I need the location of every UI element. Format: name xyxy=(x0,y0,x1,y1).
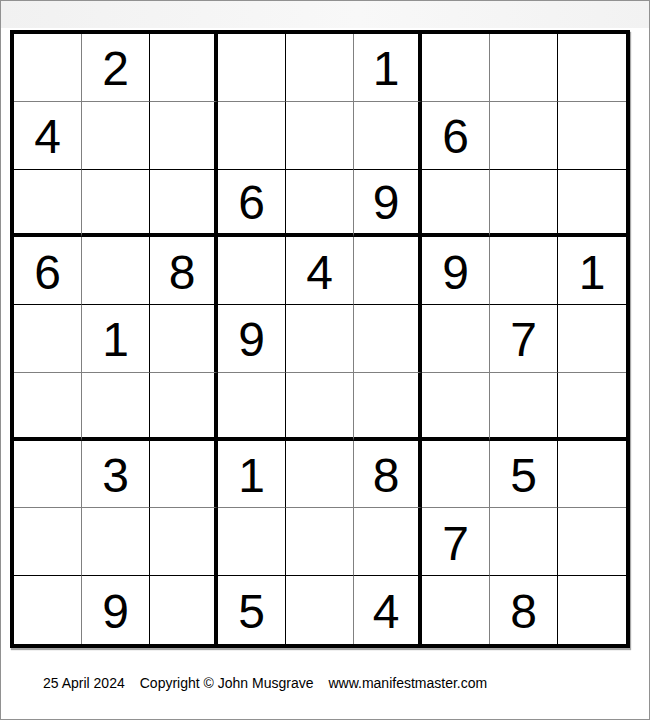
cell-r4c1: 6 xyxy=(14,237,82,305)
cell-r7c6: 8 xyxy=(354,441,422,509)
cell-r3c5 xyxy=(286,170,354,238)
cell-r7c3 xyxy=(150,441,218,509)
cell-r4c7: 9 xyxy=(422,237,490,305)
cell-r9c6: 4 xyxy=(354,576,422,644)
cell-r7c4: 1 xyxy=(218,441,286,509)
cell-r8c5 xyxy=(286,508,354,576)
cell-r5c2: 1 xyxy=(82,305,150,373)
cell-r8c6 xyxy=(354,508,422,576)
cell-r8c4 xyxy=(218,508,286,576)
cell-r2c7: 6 xyxy=(422,102,490,170)
cell-r2c1: 4 xyxy=(14,102,82,170)
footer-copyright: Copyright © John Musgrave xyxy=(140,673,314,693)
cell-r3c6: 9 xyxy=(354,170,422,238)
cell-r6c6 xyxy=(354,373,422,441)
cell-r1c1 xyxy=(14,34,82,102)
cell-r5c1 xyxy=(14,305,82,373)
cell-r9c1 xyxy=(14,576,82,644)
cell-r7c2: 3 xyxy=(82,441,150,509)
cell-r1c4 xyxy=(218,34,286,102)
cell-r8c8 xyxy=(490,508,558,576)
cell-r6c5 xyxy=(286,373,354,441)
cell-r2c3 xyxy=(150,102,218,170)
cell-r2c9 xyxy=(558,102,626,170)
cell-r5c7 xyxy=(422,305,490,373)
cell-r3c4: 6 xyxy=(218,170,286,238)
cell-r7c9 xyxy=(558,441,626,509)
cell-r7c8: 5 xyxy=(490,441,558,509)
cell-r7c7 xyxy=(422,441,490,509)
cell-r4c4 xyxy=(218,237,286,305)
cell-r8c7: 7 xyxy=(422,508,490,576)
cell-r4c8 xyxy=(490,237,558,305)
cell-r4c2 xyxy=(82,237,150,305)
footer-date: 25 April 2024 xyxy=(43,673,125,693)
footer: 25 April 2024 Copyright © John Musgrave … xyxy=(43,673,487,693)
cell-r3c9 xyxy=(558,170,626,238)
cell-r5c6 xyxy=(354,305,422,373)
cell-r6c1 xyxy=(14,373,82,441)
cell-r7c5 xyxy=(286,441,354,509)
cell-r4c3: 8 xyxy=(150,237,218,305)
cell-r6c9 xyxy=(558,373,626,441)
sudoku-board: 21466968491197318579548 xyxy=(10,30,630,648)
cell-r1c3 xyxy=(150,34,218,102)
cell-r9c2: 9 xyxy=(82,576,150,644)
cell-r7c1 xyxy=(14,441,82,509)
page: 21466968491197318579548 25 April 2024 Co… xyxy=(0,0,650,720)
cell-r9c5 xyxy=(286,576,354,644)
cell-r6c3 xyxy=(150,373,218,441)
cell-r6c2 xyxy=(82,373,150,441)
cell-r2c8 xyxy=(490,102,558,170)
cell-r5c5 xyxy=(286,305,354,373)
cell-r6c7 xyxy=(422,373,490,441)
cell-r1c8 xyxy=(490,34,558,102)
cell-r2c2 xyxy=(82,102,150,170)
cell-r2c4 xyxy=(218,102,286,170)
cell-r8c9 xyxy=(558,508,626,576)
cell-r4c6 xyxy=(354,237,422,305)
cell-r3c2 xyxy=(82,170,150,238)
cell-r3c3 xyxy=(150,170,218,238)
cell-r5c4: 9 xyxy=(218,305,286,373)
cell-r9c9 xyxy=(558,576,626,644)
cell-r8c3 xyxy=(150,508,218,576)
cell-r3c1 xyxy=(14,170,82,238)
cell-r5c8: 7 xyxy=(490,305,558,373)
cell-r9c7 xyxy=(422,576,490,644)
footer-url: www.manifestmaster.com xyxy=(328,673,487,693)
cell-r8c2 xyxy=(82,508,150,576)
cell-r2c5 xyxy=(286,102,354,170)
header-strip xyxy=(1,1,649,28)
cell-r9c4: 5 xyxy=(218,576,286,644)
cell-r6c8 xyxy=(490,373,558,441)
cell-r2c6 xyxy=(354,102,422,170)
cell-r4c9: 1 xyxy=(558,237,626,305)
cell-r3c8 xyxy=(490,170,558,238)
cell-r6c4 xyxy=(218,373,286,441)
cell-r5c9 xyxy=(558,305,626,373)
cell-r1c6: 1 xyxy=(354,34,422,102)
cell-r9c8: 8 xyxy=(490,576,558,644)
cell-r9c3 xyxy=(150,576,218,644)
cell-r3c7 xyxy=(422,170,490,238)
cell-r5c3 xyxy=(150,305,218,373)
cell-r1c7 xyxy=(422,34,490,102)
cell-r1c5 xyxy=(286,34,354,102)
cell-r1c2: 2 xyxy=(82,34,150,102)
cell-r8c1 xyxy=(14,508,82,576)
cell-r1c9 xyxy=(558,34,626,102)
cell-r4c5: 4 xyxy=(286,237,354,305)
